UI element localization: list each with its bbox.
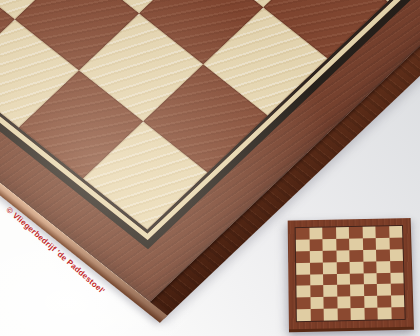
inset-board-square <box>336 227 350 239</box>
inset-board-square <box>390 272 404 284</box>
inset-board-grid <box>296 226 405 321</box>
inset-board-square <box>323 262 337 274</box>
inset-board-square <box>364 296 378 308</box>
inset-board-square <box>296 239 309 251</box>
inset-board-square <box>297 297 311 309</box>
inset-board-square <box>309 228 322 240</box>
inset-board-square <box>310 309 324 321</box>
inset-board-square <box>349 227 363 239</box>
inset-board-square <box>391 307 405 319</box>
inset-board-square <box>296 251 310 263</box>
inset-board-square <box>322 227 336 239</box>
inset-board-square <box>350 273 364 285</box>
inset-board-square <box>364 308 378 320</box>
inset-board-square <box>377 272 391 284</box>
inset-board-square <box>310 285 324 297</box>
inset-board-square <box>350 285 364 297</box>
inset-board-square <box>337 308 351 320</box>
inset-board-square <box>363 273 377 285</box>
inset-board-square <box>309 239 323 251</box>
inset-board-square <box>296 228 309 240</box>
inset-board-square <box>362 238 376 250</box>
inset-board-square <box>390 284 404 296</box>
inset-board-square <box>350 296 364 308</box>
inset-board-square <box>363 284 377 296</box>
inset-board-square <box>309 262 323 274</box>
inset-board-square <box>323 285 337 297</box>
inset-board-square <box>376 238 390 250</box>
inset-board-square <box>389 226 403 238</box>
inset-board-square <box>323 297 337 309</box>
inset-board-square <box>336 239 350 251</box>
inset-board-square <box>336 250 350 262</box>
inset-board-square <box>336 262 350 274</box>
inset-board-square <box>310 274 324 286</box>
photo-stage: © Vliegerbedrijf 'de Paddestoel' <box>0 0 420 336</box>
inset-board-square <box>337 285 351 297</box>
inset-board-square <box>351 308 365 320</box>
inset-board-square <box>309 251 323 263</box>
inset-board-square <box>376 249 390 261</box>
inset-board-square <box>322 239 336 251</box>
inset-board-square <box>296 262 310 274</box>
inset-board-square <box>377 284 391 296</box>
inset-board-square <box>323 274 337 286</box>
inset-board-square <box>389 249 403 261</box>
inset-board-square <box>323 250 337 262</box>
inset-board-square <box>349 250 363 262</box>
inset-board-square <box>375 226 389 238</box>
inset-board-square <box>310 297 324 309</box>
inset-board-square <box>324 309 338 321</box>
inset-board-square <box>296 286 310 298</box>
inset-board-line <box>295 225 406 322</box>
inset-board-square <box>296 274 310 286</box>
inset-board-square <box>377 307 391 319</box>
inset-board-square <box>390 261 404 273</box>
inset-board-frame <box>288 218 414 332</box>
inset-board <box>288 218 414 332</box>
inset-board-square <box>337 297 351 309</box>
inset-board-square <box>349 238 363 250</box>
inset-board-square <box>336 273 350 285</box>
inset-board-square <box>297 309 311 321</box>
inset-board-square <box>363 261 377 273</box>
inset-board-square <box>376 261 390 273</box>
inset-board-square <box>350 261 364 273</box>
inset-board-square <box>389 237 403 249</box>
inset-board-square <box>363 250 377 262</box>
inset-board-square <box>362 226 376 238</box>
inset-board-square <box>377 296 391 308</box>
inset-board-square <box>391 295 405 307</box>
